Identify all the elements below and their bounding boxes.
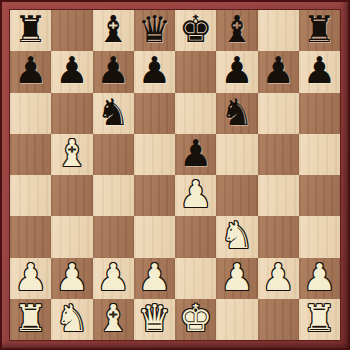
black-knight-piece: ♞ (97, 94, 130, 131)
black-pawn-piece: ♟ (179, 135, 212, 172)
square-c6[interactable]: ♞ (93, 93, 134, 134)
square-g4[interactable] (258, 175, 299, 216)
black-queen-piece: ♛ (138, 11, 171, 48)
square-c3[interactable] (93, 216, 134, 257)
square-h2[interactable]: ♟ (299, 258, 340, 299)
square-b7[interactable]: ♟ (51, 51, 92, 92)
white-pawn-piece: ♟ (14, 259, 47, 296)
square-h8[interactable]: ♜ (299, 10, 340, 51)
square-g6[interactable] (258, 93, 299, 134)
square-b8[interactable] (51, 10, 92, 51)
square-e2[interactable] (175, 258, 216, 299)
square-b4[interactable] (51, 175, 92, 216)
square-f3[interactable]: ♞ (216, 216, 257, 257)
square-f1[interactable] (216, 299, 257, 340)
square-d1[interactable]: ♛ (134, 299, 175, 340)
square-g2[interactable]: ♟ (258, 258, 299, 299)
square-h6[interactable] (299, 93, 340, 134)
square-c4[interactable] (93, 175, 134, 216)
black-pawn-piece: ♟ (262, 52, 295, 89)
square-d4[interactable] (134, 175, 175, 216)
black-pawn-piece: ♟ (303, 52, 336, 89)
square-e3[interactable] (175, 216, 216, 257)
square-e1[interactable]: ♚ (175, 299, 216, 340)
square-h4[interactable] (299, 175, 340, 216)
square-d6[interactable] (134, 93, 175, 134)
square-a4[interactable] (10, 175, 51, 216)
square-f8[interactable]: ♝ (216, 10, 257, 51)
black-knight-piece: ♞ (220, 94, 253, 131)
black-pawn-piece: ♟ (14, 52, 47, 89)
white-knight-piece: ♞ (220, 217, 253, 254)
square-f2[interactable]: ♟ (216, 258, 257, 299)
square-d5[interactable] (134, 134, 175, 175)
white-bishop-piece: ♝ (55, 135, 88, 172)
square-a2[interactable]: ♟ (10, 258, 51, 299)
black-rook-piece: ♜ (303, 11, 336, 48)
square-d3[interactable] (134, 216, 175, 257)
square-g8[interactable] (258, 10, 299, 51)
square-c7[interactable]: ♟ (93, 51, 134, 92)
white-pawn-piece: ♟ (179, 176, 212, 213)
white-rook-piece: ♜ (14, 300, 47, 337)
white-pawn-piece: ♟ (97, 259, 130, 296)
square-f6[interactable]: ♞ (216, 93, 257, 134)
white-king-piece: ♚ (179, 300, 212, 337)
white-pawn-piece: ♟ (138, 259, 171, 296)
square-b5[interactable]: ♝ (51, 134, 92, 175)
square-c8[interactable]: ♝ (93, 10, 134, 51)
white-bishop-piece: ♝ (97, 300, 130, 337)
white-pawn-piece: ♟ (262, 259, 295, 296)
white-pawn-piece: ♟ (303, 259, 336, 296)
square-f7[interactable]: ♟ (216, 51, 257, 92)
black-bishop-piece: ♝ (220, 11, 253, 48)
black-pawn-piece: ♟ (97, 52, 130, 89)
square-h7[interactable]: ♟ (299, 51, 340, 92)
square-e8[interactable]: ♚ (175, 10, 216, 51)
square-f5[interactable] (216, 134, 257, 175)
square-b1[interactable]: ♞ (51, 299, 92, 340)
square-g7[interactable]: ♟ (258, 51, 299, 92)
white-pawn-piece: ♟ (220, 259, 253, 296)
black-rook-piece: ♜ (14, 11, 47, 48)
square-f4[interactable] (216, 175, 257, 216)
square-d2[interactable]: ♟ (134, 258, 175, 299)
black-bishop-piece: ♝ (97, 11, 130, 48)
square-a3[interactable] (10, 216, 51, 257)
square-a1[interactable]: ♜ (10, 299, 51, 340)
chess-board-frame: ♜♝♛♚♝♜♟♟♟♟♟♟♟♞♞♝♟♟♞♟♟♟♟♟♟♟♜♞♝♛♚♜ (0, 0, 350, 350)
square-b2[interactable]: ♟ (51, 258, 92, 299)
square-g5[interactable] (258, 134, 299, 175)
square-c1[interactable]: ♝ (93, 299, 134, 340)
square-d7[interactable]: ♟ (134, 51, 175, 92)
square-e4[interactable]: ♟ (175, 175, 216, 216)
white-queen-piece: ♛ (138, 300, 171, 337)
square-h1[interactable]: ♜ (299, 299, 340, 340)
square-a6[interactable] (10, 93, 51, 134)
black-pawn-piece: ♟ (138, 52, 171, 89)
square-b3[interactable] (51, 216, 92, 257)
board-grid: ♜♝♛♚♝♜♟♟♟♟♟♟♟♞♞♝♟♟♞♟♟♟♟♟♟♟♜♞♝♛♚♜ (10, 10, 340, 340)
black-king-piece: ♚ (179, 11, 212, 48)
square-h3[interactable] (299, 216, 340, 257)
black-pawn-piece: ♟ (220, 52, 253, 89)
square-a7[interactable]: ♟ (10, 51, 51, 92)
black-pawn-piece: ♟ (55, 52, 88, 89)
square-e6[interactable] (175, 93, 216, 134)
square-a5[interactable] (10, 134, 51, 175)
square-h5[interactable] (299, 134, 340, 175)
square-g1[interactable] (258, 299, 299, 340)
white-knight-piece: ♞ (55, 300, 88, 337)
square-c5[interactable] (93, 134, 134, 175)
square-g3[interactable] (258, 216, 299, 257)
square-d8[interactable]: ♛ (134, 10, 175, 51)
square-c2[interactable]: ♟ (93, 258, 134, 299)
square-b6[interactable] (51, 93, 92, 134)
square-e7[interactable] (175, 51, 216, 92)
square-e5[interactable]: ♟ (175, 134, 216, 175)
white-rook-piece: ♜ (303, 300, 336, 337)
white-pawn-piece: ♟ (55, 259, 88, 296)
square-a8[interactable]: ♜ (10, 10, 51, 51)
